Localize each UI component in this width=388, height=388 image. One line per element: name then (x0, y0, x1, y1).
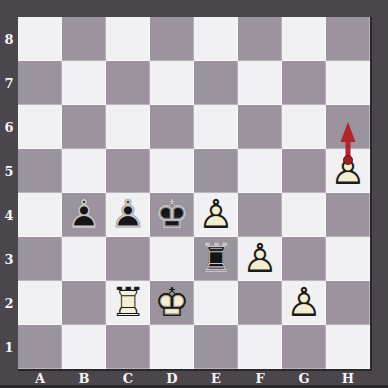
square-a2[interactable] (18, 281, 62, 325)
square-f7[interactable] (238, 61, 282, 105)
piece-fill-glyph: ♟ (194, 192, 238, 236)
square-f5[interactable] (238, 149, 282, 193)
black-rook-e3[interactable]: ♜♖ (194, 237, 238, 281)
square-g2[interactable]: ♟♙ (282, 281, 326, 325)
piece-fill-glyph: ♟ (282, 280, 326, 324)
white-pawn-h5[interactable]: ♟♙ (326, 149, 370, 193)
square-f4[interactable] (238, 193, 282, 237)
square-e3[interactable]: ♜♖ (194, 237, 238, 281)
square-f3[interactable]: ♟♙ (238, 237, 282, 281)
square-g6[interactable] (282, 105, 326, 149)
square-a6[interactable] (18, 105, 62, 149)
white-pawn-f3[interactable]: ♟♙ (238, 237, 282, 281)
piece-outline-glyph: ♙ (62, 192, 106, 236)
rank-label-3: 3 (0, 237, 18, 281)
square-f6[interactable] (238, 105, 282, 149)
square-c3[interactable] (106, 237, 150, 281)
piece-fill-glyph: ♟ (238, 236, 282, 280)
piece-outline-glyph: ♙ (106, 192, 150, 236)
rank-label-5: 5 (0, 149, 18, 193)
square-d8[interactable] (150, 17, 194, 61)
square-g4[interactable] (282, 193, 326, 237)
square-g8[interactable] (282, 17, 326, 61)
black-pawn-c4[interactable]: ♟♙ (106, 193, 150, 237)
piece-outline-glyph: ♖ (194, 236, 238, 280)
square-f2[interactable] (238, 281, 282, 325)
square-b8[interactable] (62, 17, 106, 61)
square-e1[interactable] (194, 325, 238, 369)
white-king-d2[interactable]: ♚♔ (150, 281, 194, 325)
square-b4[interactable]: ♟♙ (62, 193, 106, 237)
square-h5[interactable]: ♟♙ (326, 149, 370, 193)
square-c7[interactable] (106, 61, 150, 105)
black-pawn-b4[interactable]: ♟♙ (62, 193, 106, 237)
square-b1[interactable] (62, 325, 106, 369)
rank-labels: 87654321 (0, 17, 18, 369)
square-c5[interactable] (106, 149, 150, 193)
piece-outline-glyph: ♔ (150, 192, 194, 236)
chess-diagram: 87654321 ♟♙♟♙♟♙♚♔♟♙♜♖♟♙♜♖♚♔♟♙ ABCDEFGH (0, 0, 388, 388)
piece-fill-glyph: ♟ (62, 192, 106, 236)
piece-outline-glyph: ♖ (106, 280, 150, 324)
chess-board: ♟♙♟♙♟♙♚♔♟♙♜♖♟♙♜♖♚♔♟♙ (18, 17, 372, 371)
rank-label-8: 8 (0, 17, 18, 61)
square-b5[interactable] (62, 149, 106, 193)
square-c8[interactable] (106, 17, 150, 61)
square-e8[interactable] (194, 17, 238, 61)
square-h1[interactable] (326, 325, 370, 369)
rank-label-1: 1 (0, 325, 18, 369)
square-h2[interactable] (326, 281, 370, 325)
square-a7[interactable] (18, 61, 62, 105)
square-h6[interactable] (326, 105, 370, 149)
white-pawn-g2[interactable]: ♟♙ (282, 281, 326, 325)
square-c6[interactable] (106, 105, 150, 149)
square-f1[interactable] (238, 325, 282, 369)
piece-fill-glyph: ♟ (106, 192, 150, 236)
white-pawn-e4[interactable]: ♟♙ (194, 193, 238, 237)
piece-outline-glyph: ♙ (326, 148, 370, 192)
square-a5[interactable] (18, 149, 62, 193)
rank-label-6: 6 (0, 105, 18, 149)
square-e2[interactable] (194, 281, 238, 325)
square-b7[interactable] (62, 61, 106, 105)
square-c2[interactable]: ♜♖ (106, 281, 150, 325)
square-c1[interactable] (106, 325, 150, 369)
square-a3[interactable] (18, 237, 62, 281)
square-e7[interactable] (194, 61, 238, 105)
square-d3[interactable] (150, 237, 194, 281)
rank-label-2: 2 (0, 281, 18, 325)
piece-fill-glyph: ♚ (150, 192, 194, 236)
square-h4[interactable] (326, 193, 370, 237)
white-rook-c2[interactable]: ♜♖ (106, 281, 150, 325)
square-e4[interactable]: ♟♙ (194, 193, 238, 237)
square-a8[interactable] (18, 17, 62, 61)
piece-fill-glyph: ♜ (194, 236, 238, 280)
square-h3[interactable] (326, 237, 370, 281)
square-b3[interactable] (62, 237, 106, 281)
square-h7[interactable] (326, 61, 370, 105)
piece-outline-glyph: ♙ (194, 192, 238, 236)
square-g7[interactable] (282, 61, 326, 105)
square-g5[interactable] (282, 149, 326, 193)
piece-outline-glyph: ♔ (150, 280, 194, 324)
square-d6[interactable] (150, 105, 194, 149)
square-a1[interactable] (18, 325, 62, 369)
square-g1[interactable] (282, 325, 326, 369)
piece-outline-glyph: ♙ (238, 236, 282, 280)
square-h8[interactable] (326, 17, 370, 61)
square-d4[interactable]: ♚♔ (150, 193, 194, 237)
piece-outline-glyph: ♙ (282, 280, 326, 324)
piece-fill-glyph: ♟ (326, 148, 370, 192)
square-b6[interactable] (62, 105, 106, 149)
rank-label-4: 4 (0, 193, 18, 237)
square-d5[interactable] (150, 149, 194, 193)
rank-label-7: 7 (0, 61, 18, 105)
piece-fill-glyph: ♜ (106, 280, 150, 324)
square-b2[interactable] (62, 281, 106, 325)
square-d7[interactable] (150, 61, 194, 105)
square-d2[interactable]: ♚♔ (150, 281, 194, 325)
black-king-d4[interactable]: ♚♔ (150, 193, 194, 237)
square-a4[interactable] (18, 193, 62, 237)
square-e5[interactable] (194, 149, 238, 193)
square-f8[interactable] (238, 17, 282, 61)
square-c4[interactable]: ♟♙ (106, 193, 150, 237)
piece-fill-glyph: ♚ (150, 280, 194, 324)
square-d1[interactable] (150, 325, 194, 369)
square-e6[interactable] (194, 105, 238, 149)
square-g3[interactable] (282, 237, 326, 281)
